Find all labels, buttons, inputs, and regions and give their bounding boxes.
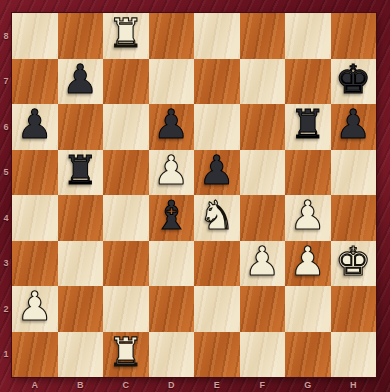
square-b1[interactable]: [58, 332, 104, 378]
square-g5[interactable]: [285, 150, 331, 196]
square-a5[interactable]: [12, 150, 58, 196]
rank-label-6: 6: [0, 104, 12, 150]
square-h3[interactable]: ♚: [331, 241, 377, 287]
square-b5[interactable]: ♜: [58, 150, 104, 196]
square-a8[interactable]: [12, 13, 58, 59]
black-pawn[interactable]: ♟: [199, 148, 235, 194]
square-d1[interactable]: [149, 332, 195, 378]
square-a6[interactable]: ♟: [12, 104, 58, 150]
white-pawn[interactable]: ♟: [290, 239, 326, 285]
square-g1[interactable]: [285, 332, 331, 378]
white-pawn[interactable]: ♟: [17, 284, 53, 330]
square-a3[interactable]: [12, 241, 58, 287]
square-h7[interactable]: ♚: [331, 59, 377, 105]
square-c2[interactable]: [103, 286, 149, 332]
black-bishop[interactable]: ♝: [153, 193, 189, 239]
white-rook[interactable]: ♜: [108, 330, 144, 376]
black-pawn[interactable]: ♟: [62, 57, 98, 103]
square-e3[interactable]: [194, 241, 240, 287]
square-a2[interactable]: ♟: [12, 286, 58, 332]
square-f6[interactable]: [240, 104, 286, 150]
square-g4[interactable]: ♟: [285, 195, 331, 241]
square-f5[interactable]: [240, 150, 286, 196]
square-d5[interactable]: ♟: [149, 150, 195, 196]
square-c4[interactable]: [103, 195, 149, 241]
square-b4[interactable]: [58, 195, 104, 241]
square-b2[interactable]: [58, 286, 104, 332]
square-f7[interactable]: [240, 59, 286, 105]
black-pawn[interactable]: ♟: [17, 102, 53, 148]
white-pawn[interactable]: ♟: [290, 193, 326, 239]
rank-label-2: 2: [0, 286, 12, 332]
white-rook[interactable]: ♜: [108, 11, 144, 57]
square-g2[interactable]: [285, 286, 331, 332]
square-e8[interactable]: [194, 13, 240, 59]
rank-label-1: 1: [0, 332, 12, 378]
square-e4[interactable]: ♞: [194, 195, 240, 241]
black-king[interactable]: ♚: [335, 57, 371, 103]
square-e7[interactable]: [194, 59, 240, 105]
square-h6[interactable]: ♟: [331, 104, 377, 150]
square-g8[interactable]: [285, 13, 331, 59]
square-g3[interactable]: ♟: [285, 241, 331, 287]
white-king[interactable]: ♚: [335, 239, 371, 285]
file-label-b: B: [58, 377, 104, 392]
square-c3[interactable]: [103, 241, 149, 287]
square-d2[interactable]: [149, 286, 195, 332]
file-label-g: G: [285, 377, 331, 392]
file-labels: ABCDEFGH: [12, 377, 376, 392]
rank-label-7: 7: [0, 59, 12, 105]
file-label-d: D: [149, 377, 195, 392]
square-f3[interactable]: ♟: [240, 241, 286, 287]
square-c5[interactable]: [103, 150, 149, 196]
square-d4[interactable]: ♝: [149, 195, 195, 241]
square-e1[interactable]: [194, 332, 240, 378]
rank-label-8: 8: [0, 13, 12, 59]
square-a7[interactable]: [12, 59, 58, 105]
square-c7[interactable]: [103, 59, 149, 105]
square-h2[interactable]: [331, 286, 377, 332]
square-f1[interactable]: [240, 332, 286, 378]
square-b8[interactable]: [58, 13, 104, 59]
black-pawn[interactable]: ♟: [153, 102, 189, 148]
rank-label-5: 5: [0, 150, 12, 196]
square-c1[interactable]: ♜: [103, 332, 149, 378]
file-label-a: A: [12, 377, 58, 392]
square-e6[interactable]: [194, 104, 240, 150]
rank-labels: 87654321: [0, 13, 12, 377]
square-d3[interactable]: [149, 241, 195, 287]
square-e5[interactable]: ♟: [194, 150, 240, 196]
chess-board: ♜♟♚♟♟♜♟♜♟♟♝♞♟♟♟♚♟♜: [12, 13, 376, 377]
square-g6[interactable]: ♜: [285, 104, 331, 150]
square-d6[interactable]: ♟: [149, 104, 195, 150]
file-label-h: H: [331, 377, 377, 392]
rank-label-4: 4: [0, 195, 12, 241]
square-b7[interactable]: ♟: [58, 59, 104, 105]
black-pawn[interactable]: ♟: [335, 102, 371, 148]
black-rook[interactable]: ♜: [290, 102, 326, 148]
square-a4[interactable]: [12, 195, 58, 241]
square-a1[interactable]: [12, 332, 58, 378]
square-h4[interactable]: [331, 195, 377, 241]
square-h5[interactable]: [331, 150, 377, 196]
file-label-e: E: [194, 377, 240, 392]
square-f2[interactable]: [240, 286, 286, 332]
square-f8[interactable]: [240, 13, 286, 59]
file-label-c: C: [103, 377, 149, 392]
black-rook[interactable]: ♜: [62, 148, 98, 194]
chess-board-frame: 87654321 ♜♟♚♟♟♜♟♜♟♟♝♞♟♟♟♚♟♜ ABCDEFGH: [0, 0, 390, 392]
square-h8[interactable]: [331, 13, 377, 59]
square-c8[interactable]: ♜: [103, 13, 149, 59]
square-f4[interactable]: [240, 195, 286, 241]
square-c6[interactable]: [103, 104, 149, 150]
square-d7[interactable]: [149, 59, 195, 105]
file-label-f: F: [240, 377, 286, 392]
square-b6[interactable]: [58, 104, 104, 150]
square-g7[interactable]: [285, 59, 331, 105]
white-knight[interactable]: ♞: [199, 193, 235, 239]
square-h1[interactable]: [331, 332, 377, 378]
square-e2[interactable]: [194, 286, 240, 332]
square-b3[interactable]: [58, 241, 104, 287]
rank-label-3: 3: [0, 241, 12, 287]
white-pawn[interactable]: ♟: [244, 239, 280, 285]
white-pawn[interactable]: ♟: [153, 148, 189, 194]
square-d8[interactable]: [149, 13, 195, 59]
